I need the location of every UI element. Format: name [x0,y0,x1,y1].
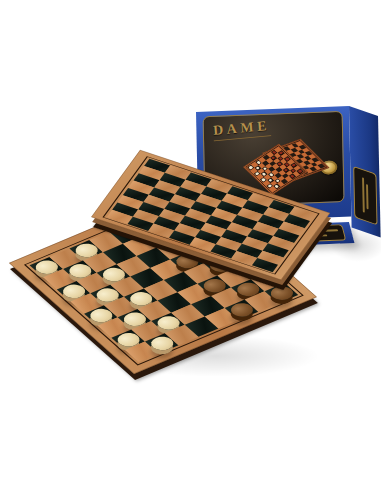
label-text-line [362,177,365,213]
box-end-label-panel [353,166,377,226]
label-text-line [366,184,368,210]
checkers-set-product-photo: DAME [0,0,381,492]
box-title: DAME [212,118,271,142]
box-art-red-piece [298,169,303,173]
product-box-end-face [349,106,381,237]
